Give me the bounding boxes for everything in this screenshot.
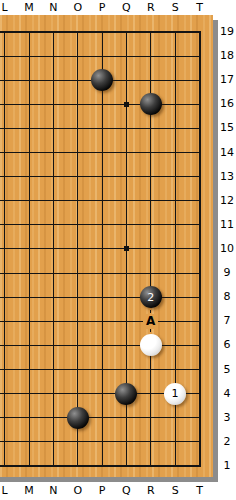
star-point-icon: [124, 102, 129, 107]
row-label-7: 7: [218, 314, 236, 328]
row-label-9: 9: [218, 266, 236, 280]
column-label-bottom-m: M: [19, 484, 39, 498]
row-label-16: 16: [218, 97, 236, 111]
column-label-top-q: Q: [116, 1, 136, 15]
row-label-13: 13: [218, 170, 236, 184]
column-label-top-s: S: [165, 1, 185, 15]
points-grid: A21: [0, 20, 212, 477]
row-label-15: 15: [218, 121, 236, 135]
row-label-3: 3: [218, 411, 236, 425]
row-label-6: 6: [218, 338, 236, 352]
white-stone-r6[interactable]: [140, 334, 162, 356]
row-label-11: 11: [218, 218, 236, 232]
column-label-top-l: L: [0, 1, 15, 15]
go-board-surface[interactable]: A21: [0, 15, 213, 477]
go-diagram: LMNOPQRST A21 19181716151413121110987654…: [0, 0, 236, 500]
column-label-top-t: T: [190, 1, 210, 15]
row-label-10: 10: [218, 242, 236, 256]
column-label-top-r: R: [141, 1, 161, 15]
column-label-bottom-o: O: [68, 484, 88, 498]
row-label-19: 19: [218, 25, 236, 39]
row-label-5: 5: [218, 363, 236, 377]
column-label-top-o: O: [68, 1, 88, 15]
row-label-12: 12: [218, 194, 236, 208]
black-stone-r16[interactable]: [140, 93, 162, 115]
row-label-18: 18: [218, 49, 236, 63]
column-label-bottom-l: L: [0, 484, 15, 498]
column-label-bottom-q: Q: [116, 484, 136, 498]
black-stone-p17[interactable]: [91, 69, 113, 91]
column-label-bottom-t: T: [190, 484, 210, 498]
row-label-4: 4: [218, 387, 236, 401]
column-label-bottom-p: P: [92, 484, 112, 498]
row-label-2: 2: [218, 435, 236, 449]
column-label-top-p: P: [92, 1, 112, 15]
row-label-1: 1: [218, 459, 236, 473]
white-stone-s4[interactable]: 1: [164, 383, 186, 405]
black-stone-r8[interactable]: 2: [140, 286, 162, 308]
board-shadow-bottom: [0, 477, 218, 482]
column-label-top-m: M: [19, 1, 39, 15]
row-label-8: 8: [218, 290, 236, 304]
marked-point-a[interactable]: A: [143, 314, 158, 329]
black-stone-q4[interactable]: [115, 383, 137, 405]
column-label-top-n: N: [43, 1, 63, 15]
column-label-bottom-s: S: [165, 484, 185, 498]
column-label-bottom-r: R: [141, 484, 161, 498]
black-stone-o3[interactable]: [67, 407, 89, 429]
row-label-14: 14: [218, 146, 236, 160]
row-label-17: 17: [218, 73, 236, 87]
column-label-bottom-n: N: [43, 484, 63, 498]
star-point-icon: [124, 246, 129, 251]
